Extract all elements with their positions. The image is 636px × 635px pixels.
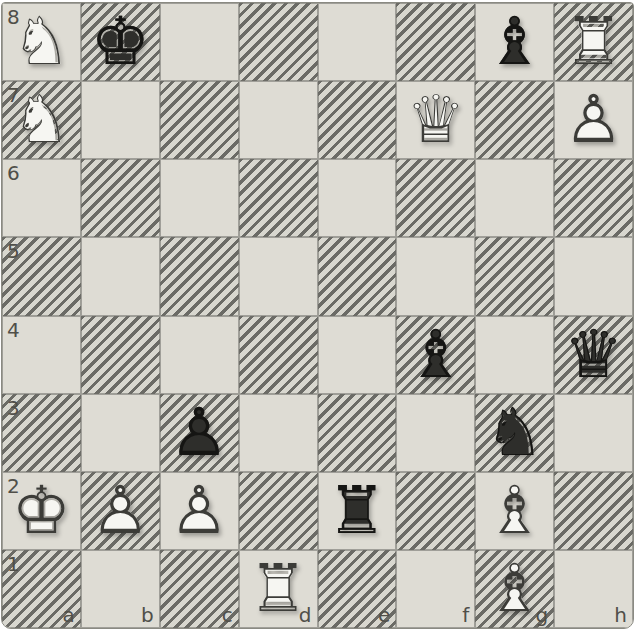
white-bishop-g1[interactable] — [475, 550, 554, 628]
square-e8[interactable] — [318, 3, 397, 81]
square-f4[interactable] — [396, 316, 475, 394]
black-pawn-c3[interactable] — [160, 394, 239, 472]
white-rook-d1[interactable] — [239, 550, 318, 628]
square-g7[interactable] — [475, 81, 554, 159]
rank-label-1: 1 — [7, 554, 20, 574]
square-g5[interactable] — [475, 237, 554, 315]
square-e6[interactable] — [318, 159, 397, 237]
square-f1[interactable]: f — [396, 550, 475, 628]
square-a4[interactable]: 4 — [2, 316, 81, 394]
square-d5[interactable] — [239, 237, 318, 315]
square-h1[interactable]: h — [554, 550, 633, 628]
square-g8[interactable] — [475, 3, 554, 81]
square-g4[interactable] — [475, 316, 554, 394]
white-rook-h8[interactable] — [554, 3, 633, 81]
rank-label-6: 6 — [7, 163, 20, 183]
square-b7[interactable] — [81, 81, 160, 159]
square-d3[interactable] — [239, 394, 318, 472]
square-h8[interactable] — [554, 3, 633, 81]
square-a6[interactable]: 6 — [2, 159, 81, 237]
square-g3[interactable] — [475, 394, 554, 472]
square-h3[interactable] — [554, 394, 633, 472]
white-pawn-b2[interactable] — [81, 472, 160, 550]
rank-label-5: 5 — [7, 241, 20, 261]
square-c6[interactable] — [160, 159, 239, 237]
square-h7[interactable] — [554, 81, 633, 159]
rank-label-4: 4 — [7, 320, 20, 340]
square-c1[interactable]: c — [160, 550, 239, 628]
square-a7[interactable]: 7 — [2, 81, 81, 159]
square-a3[interactable]: 3 — [2, 394, 81, 472]
black-knight-g3[interactable] — [475, 394, 554, 472]
square-g2[interactable] — [475, 472, 554, 550]
square-e4[interactable] — [318, 316, 397, 394]
white-knight-a7[interactable] — [2, 81, 81, 159]
file-label-a: a — [63, 605, 75, 625]
black-king-b8[interactable] — [81, 3, 160, 81]
square-e5[interactable] — [318, 237, 397, 315]
file-label-b: b — [141, 605, 154, 625]
square-f5[interactable] — [396, 237, 475, 315]
chess-board: 87654321abcdefgh — [1, 2, 634, 629]
square-b6[interactable] — [81, 159, 160, 237]
square-e1[interactable]: e — [318, 550, 397, 628]
square-e7[interactable] — [318, 81, 397, 159]
square-e2[interactable] — [318, 472, 397, 550]
square-b8[interactable] — [81, 3, 160, 81]
white-pawn-h7[interactable] — [554, 81, 633, 159]
square-b1[interactable]: b — [81, 550, 160, 628]
square-a2[interactable]: 2 — [2, 472, 81, 550]
chess-app: 87654321abcdefgh — [0, 0, 636, 635]
square-c3[interactable] — [160, 394, 239, 472]
square-c7[interactable] — [160, 81, 239, 159]
black-bishop-g8[interactable] — [475, 3, 554, 81]
file-label-h: h — [614, 605, 627, 625]
white-king-a2[interactable] — [2, 472, 81, 550]
square-h4[interactable] — [554, 316, 633, 394]
square-f8[interactable] — [396, 3, 475, 81]
square-a1[interactable]: 1a — [2, 550, 81, 628]
square-a5[interactable]: 5 — [2, 237, 81, 315]
square-d4[interactable] — [239, 316, 318, 394]
rank-label-3: 3 — [7, 398, 20, 418]
square-d8[interactable] — [239, 3, 318, 81]
square-b5[interactable] — [81, 237, 160, 315]
square-f7[interactable] — [396, 81, 475, 159]
file-label-f: f — [462, 605, 469, 625]
square-e3[interactable] — [318, 394, 397, 472]
square-g6[interactable] — [475, 159, 554, 237]
square-f3[interactable] — [396, 394, 475, 472]
square-h2[interactable] — [554, 472, 633, 550]
white-pawn-c2[interactable] — [160, 472, 239, 550]
square-f6[interactable] — [396, 159, 475, 237]
white-knight-a8[interactable] — [2, 3, 81, 81]
file-label-c: c — [222, 605, 233, 625]
file-label-e: e — [378, 605, 390, 625]
black-queen-h4[interactable] — [554, 316, 633, 394]
square-c2[interactable] — [160, 472, 239, 550]
white-queen-f7[interactable] — [396, 81, 475, 159]
square-b4[interactable] — [81, 316, 160, 394]
square-c8[interactable] — [160, 3, 239, 81]
square-c4[interactable] — [160, 316, 239, 394]
square-c5[interactable] — [160, 237, 239, 315]
square-d7[interactable] — [239, 81, 318, 159]
black-rook-e2[interactable] — [318, 472, 397, 550]
square-g1[interactable]: g — [475, 550, 554, 628]
square-b3[interactable] — [81, 394, 160, 472]
square-d1[interactable]: d — [239, 550, 318, 628]
black-bishop-f4[interactable] — [396, 316, 475, 394]
square-h5[interactable] — [554, 237, 633, 315]
square-h6[interactable] — [554, 159, 633, 237]
square-d6[interactable] — [239, 159, 318, 237]
square-f2[interactable] — [396, 472, 475, 550]
square-a8[interactable]: 8 — [2, 3, 81, 81]
square-d2[interactable] — [239, 472, 318, 550]
white-bishop-g2[interactable] — [475, 472, 554, 550]
square-b2[interactable] — [81, 472, 160, 550]
